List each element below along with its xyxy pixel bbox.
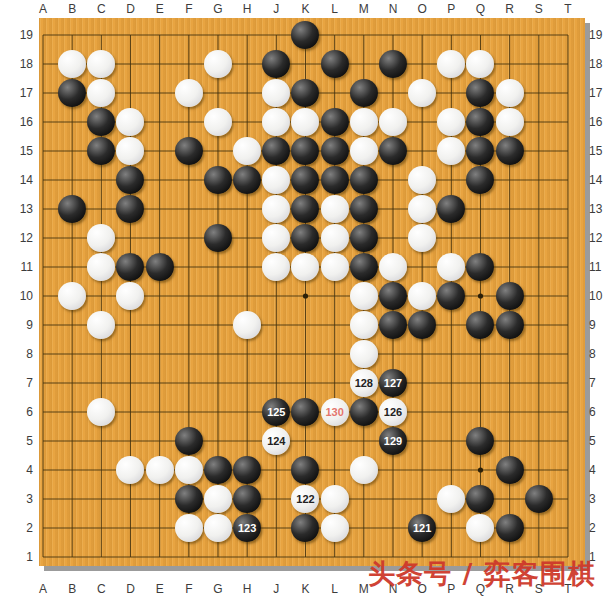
white-stone-L12 bbox=[321, 224, 349, 252]
white-stone-L13 bbox=[321, 195, 349, 223]
coordinate-right-11: 11 bbox=[589, 260, 609, 274]
black-stone-F15 bbox=[175, 137, 203, 165]
star-point-K10 bbox=[303, 293, 308, 298]
black-stone-N18 bbox=[379, 50, 407, 78]
coordinate-right-13: 13 bbox=[589, 202, 609, 216]
black-stone-G14 bbox=[204, 166, 232, 194]
coordinate-left-6: 6 bbox=[0, 405, 33, 419]
coordinate-top-J: J bbox=[262, 2, 290, 16]
white-stone-L3 bbox=[321, 485, 349, 513]
white-stone-F17 bbox=[175, 79, 203, 107]
coordinate-right-14: 14 bbox=[589, 173, 609, 187]
star-point-Q4 bbox=[478, 467, 483, 472]
coordinate-top-H: H bbox=[233, 2, 261, 16]
coordinate-top-E: E bbox=[146, 2, 174, 16]
white-stone-O10 bbox=[408, 282, 436, 310]
white-stone-F2 bbox=[175, 514, 203, 542]
black-stone-L14 bbox=[321, 166, 349, 194]
coordinate-left-13: 13 bbox=[0, 202, 33, 216]
white-stone-N11 bbox=[379, 253, 407, 281]
coordinate-right-15: 15 bbox=[589, 144, 609, 158]
coordinate-right-3: 3 bbox=[589, 492, 609, 506]
white-stone-L11 bbox=[321, 253, 349, 281]
go-diagram-page: 128127125130126124129122123121 AABBCCDDE… bbox=[0, 0, 609, 598]
white-stone-M15 bbox=[350, 137, 378, 165]
white-stone-M16 bbox=[350, 108, 378, 136]
coordinate-bottom-K: K bbox=[291, 582, 319, 596]
black-stone-E11 bbox=[146, 253, 174, 281]
coordinate-top-C: C bbox=[87, 2, 115, 16]
coordinate-right-18: 18 bbox=[589, 57, 609, 71]
coordinate-right-5: 5 bbox=[589, 434, 609, 448]
coordinate-bottom-G: G bbox=[204, 582, 232, 596]
coordinate-left-5: 5 bbox=[0, 434, 33, 448]
coordinate-left-2: 2 bbox=[0, 521, 33, 535]
black-stone-G12 bbox=[204, 224, 232, 252]
coordinate-top-B: B bbox=[58, 2, 86, 16]
coordinate-left-7: 7 bbox=[0, 376, 33, 390]
go-board[interactable]: 128127125130126124129122123121 bbox=[39, 18, 585, 566]
white-stone-E4 bbox=[146, 456, 174, 484]
coordinate-left-8: 8 bbox=[0, 347, 33, 361]
coordinate-right-10: 10 bbox=[589, 289, 609, 303]
white-stone-O12 bbox=[408, 224, 436, 252]
white-stone-B18 bbox=[58, 50, 86, 78]
watermark-text: 头条号 / 弈客围棋 bbox=[368, 556, 596, 592]
black-stone-O9 bbox=[408, 311, 436, 339]
black-stone-O2-move-121: 121 bbox=[408, 514, 436, 542]
coordinate-bottom-A: A bbox=[29, 582, 57, 596]
black-stone-H2-move-123: 123 bbox=[233, 514, 261, 542]
white-stone-B10 bbox=[58, 282, 86, 310]
black-stone-M11 bbox=[350, 253, 378, 281]
black-stone-H3 bbox=[233, 485, 261, 513]
coordinate-right-7: 7 bbox=[589, 376, 609, 390]
black-stone-R2 bbox=[496, 514, 524, 542]
black-stone-R10 bbox=[496, 282, 524, 310]
black-stone-B17 bbox=[58, 79, 86, 107]
coordinate-left-11: 11 bbox=[0, 260, 33, 274]
white-stone-M8 bbox=[350, 340, 378, 368]
white-stone-M7-move-128: 128 bbox=[350, 369, 378, 397]
coordinate-left-19: 19 bbox=[0, 28, 33, 42]
white-stone-O14 bbox=[408, 166, 436, 194]
black-stone-N10 bbox=[379, 282, 407, 310]
coordinate-right-6: 6 bbox=[589, 405, 609, 419]
coordinate-top-S: S bbox=[525, 2, 553, 16]
black-stone-M14 bbox=[350, 166, 378, 194]
white-stone-L2 bbox=[321, 514, 349, 542]
coordinate-right-4: 4 bbox=[589, 463, 609, 477]
coordinate-left-3: 3 bbox=[0, 492, 33, 506]
black-stone-L18 bbox=[321, 50, 349, 78]
coordinate-left-1: 1 bbox=[0, 550, 33, 564]
coordinate-right-19: 19 bbox=[589, 28, 609, 42]
white-stone-M10 bbox=[350, 282, 378, 310]
coordinate-bottom-B: B bbox=[58, 582, 86, 596]
coordinate-top-K: K bbox=[291, 2, 319, 16]
coordinate-bottom-C: C bbox=[87, 582, 115, 596]
coordinate-top-Q: Q bbox=[466, 2, 494, 16]
coordinate-top-F: F bbox=[175, 2, 203, 16]
coordinate-top-N: N bbox=[379, 2, 407, 16]
black-stone-N5-move-129: 129 bbox=[379, 427, 407, 455]
coordinate-bottom-L: L bbox=[321, 582, 349, 596]
coordinate-top-P: P bbox=[437, 2, 465, 16]
coordinate-top-R: R bbox=[496, 2, 524, 16]
coordinate-top-O: O bbox=[408, 2, 436, 16]
black-stone-L16 bbox=[321, 108, 349, 136]
coordinate-left-15: 15 bbox=[0, 144, 33, 158]
coordinate-right-9: 9 bbox=[589, 318, 609, 332]
coordinate-top-L: L bbox=[321, 2, 349, 16]
white-stone-M4 bbox=[350, 456, 378, 484]
black-stone-G4 bbox=[204, 456, 232, 484]
coordinate-bottom-F: F bbox=[175, 582, 203, 596]
black-stone-M6 bbox=[350, 398, 378, 426]
coordinate-left-9: 9 bbox=[0, 318, 33, 332]
white-stone-H9 bbox=[233, 311, 261, 339]
black-stone-R15 bbox=[496, 137, 524, 165]
black-stone-B13 bbox=[58, 195, 86, 223]
black-stone-R4 bbox=[496, 456, 524, 484]
coordinate-top-A: A bbox=[29, 2, 57, 16]
white-stone-N16 bbox=[379, 108, 407, 136]
coordinate-top-G: G bbox=[204, 2, 232, 16]
white-stone-O13 bbox=[408, 195, 436, 223]
coordinate-bottom-D: D bbox=[116, 582, 144, 596]
black-stone-M13 bbox=[350, 195, 378, 223]
white-stone-M9 bbox=[350, 311, 378, 339]
white-stone-G3 bbox=[204, 485, 232, 513]
black-stone-H14 bbox=[233, 166, 261, 194]
white-stone-N6-move-126: 126 bbox=[379, 398, 407, 426]
coordinate-left-16: 16 bbox=[0, 115, 33, 129]
coordinate-right-17: 17 bbox=[589, 86, 609, 100]
coordinate-left-18: 18 bbox=[0, 57, 33, 71]
black-stone-F5 bbox=[175, 427, 203, 455]
coordinate-left-17: 17 bbox=[0, 86, 33, 100]
star-point-Q10 bbox=[478, 293, 483, 298]
white-stone-H15 bbox=[233, 137, 261, 165]
white-stone-O17 bbox=[408, 79, 436, 107]
coordinate-top-T: T bbox=[554, 2, 582, 16]
black-stone-F3 bbox=[175, 485, 203, 513]
coordinate-right-2: 2 bbox=[589, 521, 609, 535]
white-stone-G16 bbox=[204, 108, 232, 136]
black-stone-N7-move-127: 127 bbox=[379, 369, 407, 397]
white-stone-L6-move-130: 130 bbox=[321, 398, 349, 426]
coordinate-left-10: 10 bbox=[0, 289, 33, 303]
coordinate-bottom-J: J bbox=[262, 582, 290, 596]
black-stone-R9 bbox=[496, 311, 524, 339]
coordinate-right-8: 8 bbox=[589, 347, 609, 361]
white-stone-G2 bbox=[204, 514, 232, 542]
white-stone-R17 bbox=[496, 79, 524, 107]
black-stone-L15 bbox=[321, 137, 349, 165]
white-stone-G18 bbox=[204, 50, 232, 78]
black-stone-H4 bbox=[233, 456, 261, 484]
coordinate-top-M: M bbox=[350, 2, 378, 16]
black-stone-N15 bbox=[379, 137, 407, 165]
white-stone-F4 bbox=[175, 456, 203, 484]
black-stone-N9 bbox=[379, 311, 407, 339]
coordinate-right-12: 12 bbox=[589, 231, 609, 245]
black-stone-M12 bbox=[350, 224, 378, 252]
white-stone-R16 bbox=[496, 108, 524, 136]
coordinate-top-D: D bbox=[116, 2, 144, 16]
coordinate-bottom-H: H bbox=[233, 582, 261, 596]
black-stone-S3 bbox=[525, 485, 553, 513]
coordinate-left-14: 14 bbox=[0, 173, 33, 187]
coordinate-right-16: 16 bbox=[589, 115, 609, 129]
coordinate-left-4: 4 bbox=[0, 463, 33, 477]
coordinate-left-12: 12 bbox=[0, 231, 33, 245]
black-stone-M17 bbox=[350, 79, 378, 107]
coordinate-bottom-E: E bbox=[146, 582, 174, 596]
